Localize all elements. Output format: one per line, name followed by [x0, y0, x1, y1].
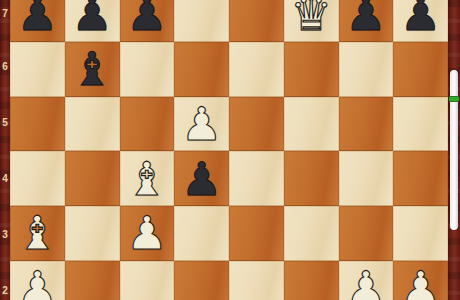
square-c2: [120, 261, 175, 300]
white-pawn: ♟: [345, 261, 386, 300]
square-e3: [229, 206, 284, 261]
chess-board: ♟♟♟♛♟♟♝♟♝♟♝♟♟♟♟: [10, 0, 448, 300]
white-pawn: ♟: [181, 97, 222, 151]
rank-label-6: 6: [0, 61, 10, 73]
board-frame-left: [0, 0, 10, 300]
square-h7: ♟: [393, 0, 448, 42]
square-e7: [229, 0, 284, 42]
square-c5: [120, 97, 175, 152]
square-h3: [393, 206, 448, 261]
chess-diagram: ♟♟♟♛♟♟♝♟♝♟♝♟♟♟♟ 765432: [0, 0, 460, 300]
square-f6: [284, 42, 339, 97]
square-d3: [174, 206, 229, 261]
square-c3: ♟: [120, 206, 175, 261]
square-f4: [284, 151, 339, 206]
square-e5: [229, 97, 284, 152]
square-h2: ♟: [393, 261, 448, 300]
square-h5: [393, 97, 448, 152]
square-b7: ♟: [65, 0, 120, 42]
square-d6: [174, 42, 229, 97]
square-f3: [284, 206, 339, 261]
square-a4: [10, 151, 65, 206]
square-g5: [339, 97, 394, 152]
square-f2: [284, 261, 339, 300]
square-a3: ♝: [10, 206, 65, 261]
scrollbar-green-marker-icon: [449, 96, 459, 102]
square-a2: ♟: [10, 261, 65, 300]
square-f5: [284, 97, 339, 152]
square-g7: ♟: [339, 0, 394, 42]
white-pawn: ♟: [17, 261, 58, 300]
square-c6: [120, 42, 175, 97]
square-b5: [65, 97, 120, 152]
square-d4: ♟: [174, 151, 229, 206]
white-queen: ♛: [291, 0, 332, 41]
square-e4: [229, 151, 284, 206]
square-b6: ♝: [65, 42, 120, 97]
square-b2: [65, 261, 120, 300]
white-bishop: ♝: [126, 152, 167, 206]
black-pawn: ♟: [345, 0, 386, 41]
square-c4: ♝: [120, 151, 175, 206]
rank-label-3: 3: [0, 229, 10, 241]
rank-label-4: 4: [0, 173, 10, 185]
square-f7: ♛: [284, 0, 339, 42]
square-g6: [339, 42, 394, 97]
rank-label-2: 2: [0, 285, 10, 297]
square-e6: [229, 42, 284, 97]
square-c7: ♟: [120, 0, 175, 42]
black-pawn: ♟: [126, 0, 167, 41]
black-pawn: ♟: [400, 0, 441, 41]
square-a5: [10, 97, 65, 152]
square-b4: [65, 151, 120, 206]
white-bishop: ♝: [17, 206, 58, 260]
square-d5: ♟: [174, 97, 229, 152]
square-d2: [174, 261, 229, 300]
black-pawn: ♟: [181, 152, 222, 206]
rank-label-5: 5: [0, 117, 10, 129]
square-e2: [229, 261, 284, 300]
square-g4: [339, 151, 394, 206]
black-pawn: ♟: [72, 0, 113, 41]
square-a7: ♟: [10, 0, 65, 42]
rank-label-7: 7: [0, 8, 10, 20]
square-g2: ♟: [339, 261, 394, 300]
square-h4: [393, 151, 448, 206]
square-a6: [10, 42, 65, 97]
black-pawn: ♟: [17, 0, 58, 41]
scrollbar-thumb[interactable]: [450, 70, 458, 230]
white-pawn: ♟: [126, 206, 167, 260]
black-bishop: ♝: [72, 42, 113, 96]
square-g3: [339, 206, 394, 261]
square-h6: [393, 42, 448, 97]
square-b3: [65, 206, 120, 261]
white-pawn: ♟: [400, 261, 441, 300]
square-d7: [174, 0, 229, 42]
